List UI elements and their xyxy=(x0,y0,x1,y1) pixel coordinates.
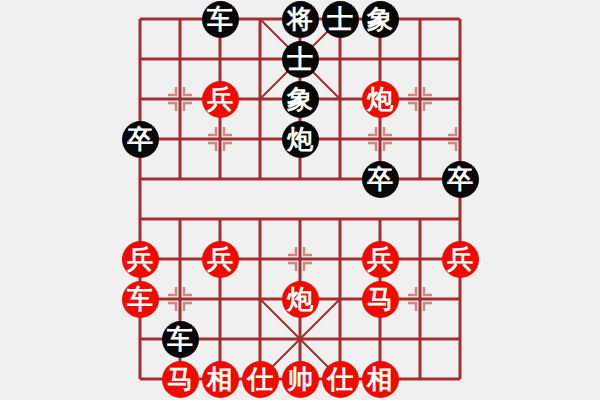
red-horse[interactable]: 马 xyxy=(362,281,399,318)
black-chariot[interactable]: 车 xyxy=(202,1,239,38)
black-soldier[interactable]: 卒 xyxy=(122,121,159,158)
board-pieces-layer: 车将士象士兵象炮卒炮卒卒兵兵兵兵车炮马车马相仕帅仕相 xyxy=(120,0,480,399)
red-elephant[interactable]: 相 xyxy=(362,361,399,398)
red-soldier[interactable]: 兵 xyxy=(122,241,159,278)
red-elephant[interactable]: 相 xyxy=(202,361,239,398)
red-horse[interactable]: 马 xyxy=(162,361,199,398)
red-advisor[interactable]: 仕 xyxy=(322,361,359,398)
red-soldier[interactable]: 兵 xyxy=(202,241,239,278)
red-chariot[interactable]: 车 xyxy=(122,281,159,318)
black-cannon[interactable]: 炮 xyxy=(282,121,319,158)
black-general[interactable]: 将 xyxy=(282,1,319,38)
red-advisor[interactable]: 仕 xyxy=(242,361,279,398)
red-soldier[interactable]: 兵 xyxy=(362,241,399,278)
black-chariot[interactable]: 车 xyxy=(162,321,199,358)
black-elephant[interactable]: 象 xyxy=(282,81,319,118)
red-soldier[interactable]: 兵 xyxy=(442,241,479,278)
black-advisor[interactable]: 士 xyxy=(322,1,359,38)
black-elephant[interactable]: 象 xyxy=(362,1,399,38)
app-background: 车将士象士兵象炮卒炮卒卒兵兵兵兵车炮马车马相仕帅仕相 xyxy=(0,0,600,400)
red-general[interactable]: 帅 xyxy=(282,361,319,398)
black-soldier[interactable]: 卒 xyxy=(362,161,399,198)
black-soldier[interactable]: 卒 xyxy=(442,161,479,198)
red-cannon[interactable]: 炮 xyxy=(282,281,319,318)
xiangqi-board: 车将士象士兵象炮卒炮卒卒兵兵兵兵车炮马车马相仕帅仕相 xyxy=(120,0,480,399)
red-soldier[interactable]: 兵 xyxy=(202,81,239,118)
black-advisor[interactable]: 士 xyxy=(282,41,319,78)
red-cannon[interactable]: 炮 xyxy=(362,81,399,118)
